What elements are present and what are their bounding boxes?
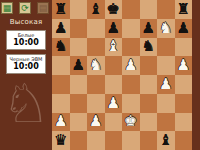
hint-button[interactable]: ▤	[37, 2, 49, 14]
white-knight: ♞	[89, 58, 102, 73]
square-h7[interactable]: ♟	[175, 19, 193, 38]
square-g8[interactable]	[157, 0, 175, 19]
square-f8[interactable]	[140, 0, 158, 19]
board-button[interactable]: ▦	[1, 2, 13, 14]
square-e6[interactable]	[122, 38, 140, 57]
white-pawn: ♟	[159, 76, 172, 91]
white-king: ♚	[124, 114, 137, 129]
square-b5[interactable]: ♟	[70, 56, 88, 75]
black-bishop: ♝	[89, 1, 102, 16]
difficulty-label: Высокая	[0, 18, 52, 26]
square-b6[interactable]	[70, 38, 88, 57]
white-clock-time: 10:00	[7, 38, 45, 47]
square-g7[interactable]: ♞	[157, 19, 175, 38]
square-g6[interactable]	[157, 38, 175, 57]
square-g1[interactable]: ♝	[157, 131, 175, 150]
square-g4[interactable]: ♟	[157, 75, 175, 94]
square-h1[interactable]	[175, 131, 193, 150]
square-f7[interactable]: ♟	[140, 19, 158, 38]
square-g5[interactable]	[157, 56, 175, 75]
chess-board: ♜♝♚♜♟♟♟♞♟♞♝♞♟♞♟♟♟♟♟♟♚♛♝	[52, 0, 192, 150]
black-pawn: ♟	[142, 20, 155, 35]
square-b1[interactable]	[70, 131, 88, 150]
square-c2[interactable]: ♟	[87, 113, 105, 132]
square-e5[interactable]: ♟	[122, 56, 140, 75]
black-pawn: ♟	[107, 20, 120, 35]
black-bishop: ♝	[159, 133, 172, 148]
square-d7[interactable]: ♟	[105, 19, 123, 38]
square-a1[interactable]: ♛	[52, 131, 70, 150]
board-right-margin	[192, 0, 200, 150]
square-h4[interactable]	[175, 75, 193, 94]
white-knight: ♞	[159, 20, 172, 35]
square-f1[interactable]	[140, 131, 158, 150]
white-pawn: ♟	[124, 58, 137, 73]
square-a7[interactable]: ♟	[52, 19, 70, 38]
square-c7[interactable]	[87, 19, 105, 38]
square-d3[interactable]: ♟	[105, 94, 123, 113]
knight-emblem-watermark-icon: ♘	[0, 74, 52, 134]
black-clock: Черные ЭВМ 10:00	[6, 54, 46, 74]
black-rook: ♜	[54, 1, 67, 16]
black-rook: ♜	[177, 1, 190, 16]
black-king: ♚	[107, 1, 120, 16]
white-pawn: ♟	[177, 58, 190, 73]
square-e2[interactable]: ♚	[122, 113, 140, 132]
square-d6[interactable]: ♝	[105, 38, 123, 57]
white-pawn: ♟	[54, 114, 67, 129]
square-e8[interactable]	[122, 0, 140, 19]
restart-button[interactable]: ⟳	[19, 2, 31, 14]
square-d8[interactable]: ♚	[105, 0, 123, 19]
square-c3[interactable]	[87, 94, 105, 113]
square-h6[interactable]	[175, 38, 193, 57]
sidebar: ▦ ⟳ ▤ Высокая Белые 10:00 Черные ЭВМ 10:…	[0, 0, 52, 150]
black-knight: ♞	[54, 39, 67, 54]
chess-app-window: ▦ ⟳ ▤ Высокая Белые 10:00 Черные ЭВМ 10:…	[0, 0, 200, 150]
square-h3[interactable]	[175, 94, 193, 113]
square-c4[interactable]	[87, 75, 105, 94]
square-c8[interactable]: ♝	[87, 0, 105, 19]
square-h8[interactable]: ♜	[175, 0, 193, 19]
square-a8[interactable]: ♜	[52, 0, 70, 19]
square-d2[interactable]	[105, 113, 123, 132]
square-c1[interactable]	[87, 131, 105, 150]
toolbar: ▦ ⟳ ▤	[0, 0, 52, 14]
square-f2[interactable]	[140, 113, 158, 132]
black-pawn: ♟	[54, 20, 67, 35]
square-g2[interactable]	[157, 113, 175, 132]
square-c6[interactable]	[87, 38, 105, 57]
square-d4[interactable]	[105, 75, 123, 94]
white-clock: Белые 10:00	[6, 30, 46, 50]
square-a6[interactable]: ♞	[52, 38, 70, 57]
square-e3[interactable]	[122, 94, 140, 113]
black-queen: ♛	[54, 133, 67, 148]
black-pawn: ♟	[177, 20, 190, 35]
square-f6[interactable]: ♞	[140, 38, 158, 57]
square-h2[interactable]	[175, 113, 193, 132]
white-pawn: ♟	[107, 95, 120, 110]
square-a2[interactable]: ♟	[52, 113, 70, 132]
square-b7[interactable]	[70, 19, 88, 38]
square-a3[interactable]	[52, 94, 70, 113]
square-h5[interactable]: ♟	[175, 56, 193, 75]
square-d5[interactable]	[105, 56, 123, 75]
white-bishop: ♝	[107, 39, 120, 54]
square-b2[interactable]	[70, 113, 88, 132]
square-a5[interactable]	[52, 56, 70, 75]
square-e4[interactable]	[122, 75, 140, 94]
square-a4[interactable]	[52, 75, 70, 94]
white-pawn: ♟	[89, 114, 102, 129]
black-pawn: ♟	[72, 58, 85, 73]
square-b4[interactable]	[70, 75, 88, 94]
square-b3[interactable]	[70, 94, 88, 113]
square-e1[interactable]	[122, 131, 140, 150]
square-e7[interactable]	[122, 19, 140, 38]
square-f3[interactable]	[140, 94, 158, 113]
square-g3[interactable]	[157, 94, 175, 113]
square-b8[interactable]	[70, 0, 88, 19]
black-knight: ♞	[142, 39, 155, 54]
square-f5[interactable]	[140, 56, 158, 75]
square-f4[interactable]	[140, 75, 158, 94]
square-c5[interactable]: ♞	[87, 56, 105, 75]
black-clock-time: 10:00	[7, 62, 45, 71]
square-d1[interactable]	[105, 131, 123, 150]
